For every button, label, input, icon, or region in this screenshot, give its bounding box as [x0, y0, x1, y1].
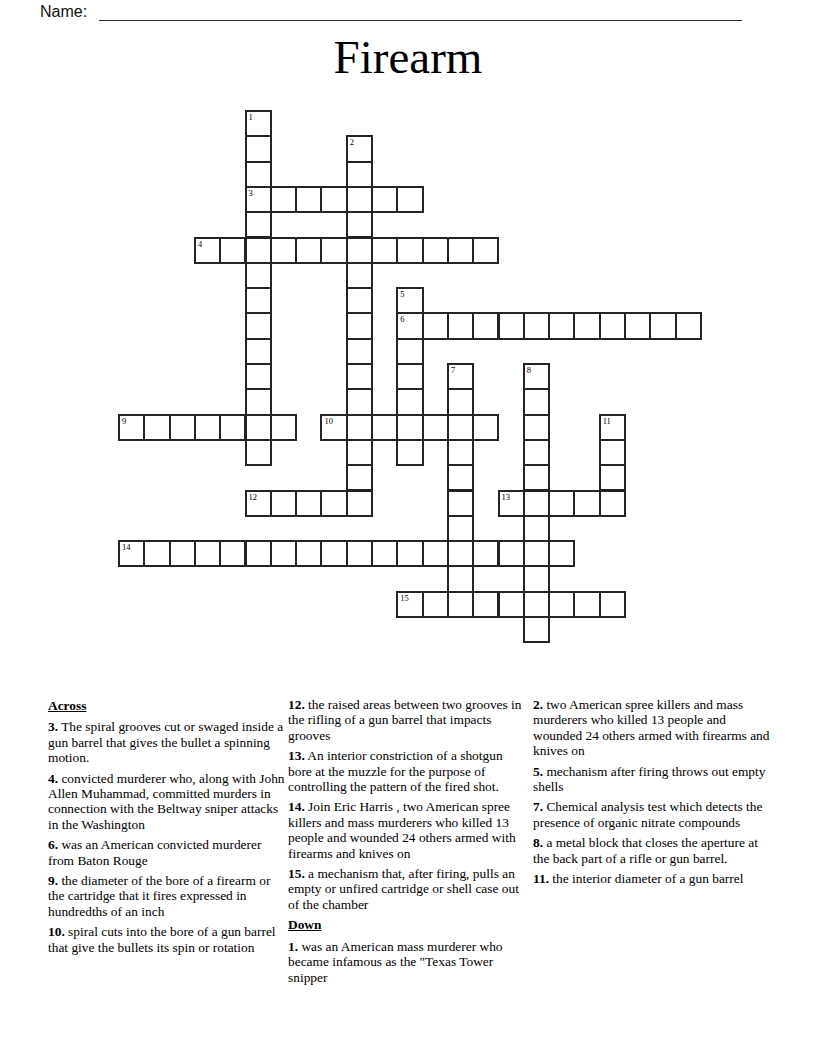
grid-cell[interactable]	[498, 540, 525, 567]
grid-cell[interactable]	[472, 312, 499, 339]
clue-number: 11.	[533, 871, 549, 886]
cell-number: 14	[122, 542, 131, 552]
crossword-grid: 123456789101112131415	[118, 110, 703, 644]
grid-cell[interactable]	[523, 540, 550, 567]
grid-cell[interactable]	[320, 540, 347, 567]
grid-cell[interactable]	[599, 591, 626, 618]
grid-cell[interactable]	[523, 616, 550, 643]
grid-cell[interactable]	[447, 490, 474, 517]
clue-number: 7.	[533, 799, 543, 814]
grid-cell[interactable]	[143, 414, 170, 441]
clue-across-6: 6. was an American convicted murderer fr…	[48, 837, 289, 868]
grid-cell[interactable]	[346, 439, 373, 466]
grid-cell[interactable]	[447, 439, 474, 466]
grid-cell[interactable]: 7	[447, 363, 474, 390]
down-header: Down	[288, 917, 529, 932]
grid-cell[interactable]: 4	[194, 237, 221, 264]
grid-cell[interactable]	[270, 237, 297, 264]
grid-cell[interactable]	[320, 186, 347, 213]
grid-cell[interactable]	[447, 591, 474, 618]
grid-cell[interactable]	[346, 312, 373, 339]
clue-number: 6.	[48, 837, 58, 852]
grid-cell[interactable]	[422, 312, 449, 339]
grid-cell[interactable]: 6	[396, 312, 423, 339]
grid-cell[interactable]	[245, 161, 272, 188]
grid-cell[interactable]	[599, 439, 626, 466]
clue-across-14: 14. Join Eric Harris , two American spre…	[288, 799, 529, 861]
grid-cell[interactable]	[396, 363, 423, 390]
grid-cell[interactable]	[396, 414, 423, 441]
grid-cell[interactable]	[346, 262, 373, 289]
grid-cell[interactable]: 10	[320, 414, 347, 441]
grid-cell[interactable]	[346, 490, 373, 517]
clue-down-2: 2. two American spree killers and mass m…	[533, 697, 774, 759]
grid-cell[interactable]: 9	[118, 414, 145, 441]
grid-cell[interactable]	[346, 338, 373, 365]
clue-number: 2.	[533, 697, 543, 712]
clue-down-7: 7. Chemical analysis test which detects …	[533, 799, 774, 830]
grid-cell[interactable]	[472, 540, 499, 567]
grid-cell[interactable]	[548, 591, 575, 618]
grid-cell[interactable]	[371, 186, 398, 213]
grid-cell[interactable]	[295, 540, 322, 567]
grid-cell[interactable]	[523, 591, 550, 618]
grid-cell[interactable]: 8	[523, 363, 550, 390]
clue-number: 4.	[48, 771, 58, 786]
cell-number: 5	[400, 289, 404, 299]
cell-number: 4	[198, 239, 202, 249]
grid-cell[interactable]	[447, 565, 474, 592]
cell-number: 15	[400, 593, 409, 603]
grid-cell[interactable]	[219, 414, 246, 441]
grid-cell[interactable]	[573, 312, 600, 339]
grid-cell[interactable]	[245, 414, 272, 441]
grid-cell[interactable]	[346, 161, 373, 188]
grid-cell[interactable]	[346, 186, 373, 213]
cell-number: 11	[603, 416, 611, 426]
cell-number: 7	[451, 365, 455, 375]
grid-cell[interactable]	[523, 312, 550, 339]
grid-cell[interactable]	[599, 490, 626, 517]
grid-cell[interactable]	[194, 540, 221, 567]
grid-cell[interactable]	[169, 540, 196, 567]
clue-down-8: 8. a metal block that closes the apertur…	[533, 835, 774, 866]
grid-cell[interactable]	[548, 540, 575, 567]
grid-cell[interactable]	[498, 591, 525, 618]
grid-cell[interactable]: 1	[245, 110, 272, 137]
grid-cell[interactable]	[245, 312, 272, 339]
grid-cell[interactable]	[346, 211, 373, 238]
grid-cell[interactable]	[573, 591, 600, 618]
grid-cell[interactable]	[573, 490, 600, 517]
grid-cell[interactable]	[169, 414, 196, 441]
grid-cell[interactable]	[219, 540, 246, 567]
grid-cell[interactable]	[346, 464, 373, 491]
grid-cell[interactable]	[245, 262, 272, 289]
grid-cell[interactable]	[143, 540, 170, 567]
grid-cell[interactable]	[270, 186, 297, 213]
grid-cell[interactable]	[523, 388, 550, 415]
grid-cell[interactable]	[245, 388, 272, 415]
clue-number: 10.	[48, 924, 65, 939]
cell-number: 10	[324, 416, 333, 426]
grid-cell[interactable]	[675, 312, 702, 339]
page-title: Firearm	[0, 30, 816, 84]
clue-down-5: 5. mechanism after firing throws out emp…	[533, 764, 774, 795]
cell-number: 9	[122, 416, 126, 426]
grid-cell[interactable]	[548, 490, 575, 517]
grid-cell[interactable]	[396, 540, 423, 567]
grid-cell[interactable]: 15	[396, 591, 423, 618]
grid-cell[interactable]	[295, 186, 322, 213]
grid-cell[interactable]	[396, 237, 423, 264]
clue-across-4: 4. convicted murderer who, along with Jo…	[48, 771, 289, 833]
grid-cell[interactable]	[371, 414, 398, 441]
grid-cell[interactable]	[346, 414, 373, 441]
grid-cell[interactable]	[498, 312, 525, 339]
clue-number: 5.	[533, 764, 543, 779]
grid-cell[interactable]	[346, 388, 373, 415]
clue-down-1: 1. was an American mass murderer who bec…	[288, 939, 529, 985]
name-row: Name:	[40, 2, 776, 24]
grid-cell[interactable]	[472, 237, 499, 264]
clue-column-1: Across3. The spiral grooves cut or swage…	[48, 697, 289, 960]
grid-cell[interactable]	[270, 490, 297, 517]
grid-cell[interactable]	[270, 540, 297, 567]
grid-cell[interactable]	[472, 414, 499, 441]
grid-cell[interactable]	[523, 464, 550, 491]
clue-column-3: 2. two American spree killers and mass m…	[533, 697, 774, 891]
grid-cell[interactable]	[422, 540, 449, 567]
clue-across-13: 13. An interior constriction of a shotgu…	[288, 748, 529, 794]
clue-number: 3.	[48, 719, 58, 734]
grid-cell[interactable]	[346, 287, 373, 314]
clue-across-3: 3. The spiral grooves cut or swaged insi…	[48, 719, 289, 765]
grid-cell[interactable]	[447, 515, 474, 542]
grid-cell[interactable]	[320, 490, 347, 517]
grid-cell[interactable]	[270, 414, 297, 441]
grid-cell[interactable]	[371, 237, 398, 264]
grid-cell[interactable]	[396, 439, 423, 466]
cell-number: 12	[249, 492, 258, 502]
grid-cell[interactable]: 14	[118, 540, 145, 567]
clue-number: 9.	[48, 873, 58, 888]
cell-number: 6	[400, 314, 404, 324]
clue-across-10: 10. spiral cuts into the bore of a gun b…	[48, 924, 289, 955]
clue-across-15: 15. a mechanism that, after firing, pull…	[288, 866, 529, 912]
grid-cell[interactable]: 5	[396, 287, 423, 314]
cell-number: 8	[527, 365, 531, 375]
grid-cell[interactable]	[422, 237, 449, 264]
crossword-worksheet-page: { "page": { "name_label": "Name:", "titl…	[0, 0, 816, 1056]
grid-cell[interactable]	[599, 464, 626, 491]
grid-cell[interactable]	[447, 414, 474, 441]
clue-down-11: 11. the interior diameter of a gun barre…	[533, 871, 774, 886]
across-header: Across	[48, 698, 289, 713]
grid-cell[interactable]	[245, 287, 272, 314]
grid-cell[interactable]	[422, 414, 449, 441]
grid-cell[interactable]	[447, 312, 474, 339]
grid-cell[interactable]	[649, 312, 676, 339]
grid-cell[interactable]	[219, 237, 246, 264]
clue-number: 13.	[288, 748, 305, 763]
grid-cell[interactable]	[245, 211, 272, 238]
grid-cell[interactable]	[396, 186, 423, 213]
grid-cell[interactable]	[245, 540, 272, 567]
grid-cell[interactable]	[396, 338, 423, 365]
grid-cell[interactable]	[447, 540, 474, 567]
grid-cell[interactable]	[245, 237, 272, 264]
grid-cell[interactable]	[422, 591, 449, 618]
clue-number: 15.	[288, 866, 305, 881]
grid-cell[interactable]	[245, 363, 272, 390]
grid-cell[interactable]: 11	[599, 414, 626, 441]
grid-cell[interactable]	[346, 540, 373, 567]
grid-cell[interactable]	[624, 312, 651, 339]
grid-cell[interactable]	[523, 414, 550, 441]
clue-across-12: 12. the raised areas between two grooves…	[288, 697, 529, 743]
clue-number: 14.	[288, 799, 305, 814]
grid-cell[interactable]	[194, 414, 221, 441]
grid-cell[interactable]	[396, 388, 423, 415]
grid-cell[interactable]	[245, 439, 272, 466]
grid-cell[interactable]	[523, 515, 550, 542]
cell-number: 2	[350, 137, 354, 147]
clue-across-9: 9. the diameter of the bore of a firearm…	[48, 873, 289, 919]
grid-cell[interactable]	[245, 135, 272, 162]
clue-number: 1.	[288, 939, 298, 954]
grid-cell[interactable]	[320, 237, 347, 264]
grid-cell[interactable]: 12	[245, 490, 272, 517]
clue-column-2: 12. the raised areas between two grooves…	[288, 697, 529, 990]
clue-number: 8.	[533, 835, 543, 850]
grid-cell[interactable]	[245, 338, 272, 365]
clue-number: 12.	[288, 697, 305, 712]
grid-cell[interactable]	[447, 237, 474, 264]
cell-number: 13	[502, 492, 511, 502]
grid-cell[interactable]	[472, 591, 499, 618]
name-label: Name:	[40, 3, 87, 21]
grid-cell[interactable]	[599, 312, 626, 339]
grid-cell[interactable]	[346, 237, 373, 264]
grid-cell[interactable]	[295, 490, 322, 517]
cell-number: 1	[249, 112, 253, 122]
name-write-line[interactable]	[99, 2, 742, 21]
grid-cell[interactable]	[523, 490, 550, 517]
grid-cell[interactable]	[548, 312, 575, 339]
grid-cell[interactable]	[523, 565, 550, 592]
grid-cell[interactable]	[523, 439, 550, 466]
grid-cell[interactable]: 2	[346, 135, 373, 162]
grid-cell[interactable]: 3	[245, 186, 272, 213]
grid-cell[interactable]	[346, 363, 373, 390]
grid-cell[interactable]	[295, 237, 322, 264]
cell-number: 3	[249, 188, 253, 198]
grid-cell[interactable]	[371, 540, 398, 567]
grid-cell[interactable]	[447, 464, 474, 491]
grid-cell[interactable]: 13	[498, 490, 525, 517]
grid-cell[interactable]	[447, 388, 474, 415]
